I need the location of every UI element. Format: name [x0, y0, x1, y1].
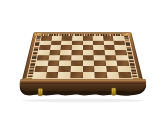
- board-squares-grid: [32, 36, 133, 79]
- square-b1: [45, 72, 58, 78]
- square-h1: [119, 72, 132, 78]
- square-d1: [70, 72, 82, 78]
- square-e1: [83, 72, 95, 78]
- ground-shadow: [22, 99, 144, 103]
- square-g1: [107, 72, 120, 78]
- brass-hinge-left: [38, 89, 42, 96]
- chess-board: [21, 32, 144, 84]
- case-front-side: [19, 79, 147, 103]
- brass-hinge-right: [112, 88, 116, 95]
- square-c1: [58, 72, 71, 78]
- product-photo-scene: [0, 0, 166, 120]
- frame-front-face: [20, 79, 146, 84]
- square-a1: [33, 72, 46, 78]
- square-f1: [95, 72, 108, 78]
